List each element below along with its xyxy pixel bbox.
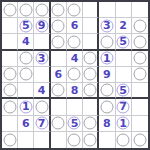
cell-r9c7[interactable] [99, 132, 115, 148]
odd-cell-marker-icon [35, 100, 48, 113]
odd-cell-marker-icon [35, 3, 48, 16]
cell-r8c6[interactable] [83, 116, 99, 132]
cell-r6c7[interactable] [99, 83, 115, 99]
cell-r7c7[interactable] [99, 99, 115, 115]
odd-cell-marker-icon [133, 52, 146, 65]
odd-cell-marker-icon [52, 19, 65, 32]
cell-r3c9[interactable] [132, 34, 148, 50]
odd-cell-marker-icon [100, 84, 113, 97]
cell-r5c3[interactable] [34, 67, 50, 83]
cell-r8c4[interactable] [51, 116, 67, 132]
cell-r9c1[interactable] [2, 132, 18, 148]
odd-cell-marker-icon [3, 84, 16, 97]
odd-cell-marker-icon [84, 52, 97, 65]
cell-r5c7[interactable]: 9 [99, 67, 115, 83]
cell-r4c5[interactable]: 4 [67, 51, 83, 67]
odd-cell-marker-icon [68, 68, 81, 81]
given-digit: 5 [71, 118, 79, 129]
cell-r9c5[interactable] [67, 132, 83, 148]
odd-cell-marker-icon [52, 117, 65, 130]
cell-r6c9[interactable] [132, 83, 148, 99]
cell-r4c7[interactable]: 1 [99, 51, 115, 67]
cell-r9c6[interactable] [83, 132, 99, 148]
given-digit: 6 [71, 20, 79, 31]
cell-r7c2[interactable]: 1 [18, 99, 34, 115]
cell-r4c2[interactable] [18, 51, 34, 67]
cell-r3c8[interactable]: 5 [116, 34, 132, 50]
given-digit: 9 [103, 69, 111, 80]
cell-r9c4[interactable] [51, 132, 67, 148]
cell-r4c1[interactable] [2, 51, 18, 67]
given-digit: 5 [22, 20, 30, 31]
cell-r4c4[interactable] [51, 51, 67, 67]
cell-r7c4[interactable] [51, 99, 67, 115]
cell-r1c5[interactable] [67, 2, 83, 18]
cell-r1c3[interactable] [34, 2, 50, 18]
cell-r6c2[interactable] [18, 83, 34, 99]
cell-r3c7[interactable] [99, 34, 115, 50]
cell-r9c9[interactable] [132, 132, 148, 148]
cell-r3c4[interactable] [51, 34, 67, 50]
given-digit: 1 [103, 53, 111, 64]
cell-r8c2[interactable]: 6 [18, 116, 34, 132]
cell-r2c5[interactable]: 6 [67, 18, 83, 34]
cell-r1c8[interactable] [116, 2, 132, 18]
cell-r8c9[interactable] [132, 116, 148, 132]
cell-r3c3[interactable] [34, 34, 50, 50]
cell-r4c9[interactable] [132, 51, 148, 67]
given-digit: 2 [119, 20, 127, 31]
odd-cell-marker-icon [19, 52, 32, 65]
cell-r2c7[interactable]: 3 [99, 18, 115, 34]
odd-cell-marker-icon [52, 84, 65, 97]
given-digit: 5 [119, 36, 127, 47]
odd-cell-marker-icon [100, 100, 113, 113]
given-digit: 7 [119, 101, 127, 112]
cell-r8c1[interactable] [2, 116, 18, 132]
cell-r5c5[interactable] [67, 67, 83, 83]
given-digit: 4 [22, 36, 30, 47]
given-digit: 4 [71, 53, 79, 64]
given-digit: 3 [38, 53, 46, 64]
given-digit: 5 [119, 85, 127, 96]
cell-r5c8[interactable] [116, 67, 132, 83]
cell-r6c4[interactable] [51, 83, 67, 99]
given-digit: 6 [54, 69, 62, 80]
odd-cell-marker-icon [117, 133, 130, 146]
cell-r1c1[interactable] [2, 2, 18, 18]
cell-r2c8[interactable]: 2 [116, 18, 132, 34]
cell-r5c1[interactable] [2, 67, 18, 83]
cell-r2c6[interactable] [83, 18, 99, 34]
cell-r9c2[interactable] [18, 132, 34, 148]
cell-r4c6[interactable] [83, 51, 99, 67]
cell-r7c9[interactable] [132, 99, 148, 115]
cell-r8c7[interactable]: 8 [99, 116, 115, 132]
cell-r4c8[interactable] [116, 51, 132, 67]
cell-r1c7[interactable] [99, 2, 115, 18]
odd-cell-marker-icon [3, 100, 16, 113]
cell-r6c8[interactable]: 5 [116, 83, 132, 99]
cell-r2c9[interactable] [132, 18, 148, 34]
cell-r8c3[interactable]: 7 [34, 116, 50, 132]
given-digit: 6 [22, 118, 30, 129]
cell-r5c6[interactable] [83, 67, 99, 83]
odd-cell-marker-icon [19, 68, 32, 81]
cell-r2c3[interactable]: 9 [34, 18, 50, 34]
odd-cell-marker-icon [68, 35, 81, 48]
odd-cell-marker-icon [68, 3, 81, 16]
cell-r3c1[interactable] [2, 34, 18, 50]
odd-cell-marker-icon [3, 133, 16, 146]
cell-r2c4[interactable] [51, 18, 67, 34]
given-digit: 3 [103, 20, 111, 31]
cell-r1c6[interactable] [83, 2, 99, 18]
cell-r9c8[interactable] [116, 132, 132, 148]
given-digit: 9 [38, 20, 46, 31]
cell-r8c5[interactable]: 5 [67, 116, 83, 132]
given-digit: 4 [38, 85, 46, 96]
given-digit: 7 [38, 118, 46, 129]
odd-cell-marker-icon [3, 3, 16, 16]
odd-cell-marker-icon [68, 133, 81, 146]
odd-cell-marker-icon [133, 68, 146, 81]
cell-r6c1[interactable] [2, 83, 18, 99]
cell-r5c4[interactable]: 6 [51, 67, 67, 83]
odd-cell-marker-icon [133, 133, 146, 146]
odd-cell-marker-icon [19, 3, 32, 16]
cell-r7c1[interactable] [2, 99, 18, 115]
cell-r7c8[interactable]: 7 [116, 99, 132, 115]
odd-cell-marker-icon [52, 3, 65, 16]
cell-r6c3[interactable]: 4 [34, 83, 50, 99]
cell-r1c9[interactable] [132, 2, 148, 18]
cell-r7c3[interactable] [34, 99, 50, 115]
odd-cell-marker-icon [133, 19, 146, 32]
odd-cell-marker-icon [84, 68, 97, 81]
cell-r4c3[interactable]: 3 [34, 51, 50, 67]
sudoku-board: 5963245341694851767581 [0, 0, 150, 150]
cell-r9c3[interactable] [34, 132, 50, 148]
given-digit: 8 [103, 118, 111, 129]
cell-r1c4[interactable] [51, 2, 67, 18]
cell-r1c2[interactable] [18, 2, 34, 18]
odd-cell-marker-icon [52, 35, 65, 48]
given-digit: 1 [22, 101, 30, 112]
cell-r2c1[interactable] [2, 18, 18, 34]
cell-r2c2[interactable]: 5 [18, 18, 34, 34]
cell-r7c6[interactable] [83, 99, 99, 115]
odd-cell-marker-icon [84, 84, 97, 97]
odd-cell-marker-icon [3, 68, 16, 81]
given-digit: 8 [71, 85, 79, 96]
cell-r5c2[interactable] [18, 67, 34, 83]
odd-cell-marker-icon [84, 133, 97, 146]
cell-r7c5[interactable] [67, 99, 83, 115]
odd-cell-marker-icon [133, 35, 146, 48]
cell-r3c6[interactable] [83, 34, 99, 50]
given-digit: 1 [119, 118, 127, 129]
cell-r3c2[interactable]: 4 [18, 34, 34, 50]
cell-r6c6[interactable] [83, 83, 99, 99]
odd-cell-marker-icon [84, 117, 97, 130]
cell-r5c9[interactable] [132, 67, 148, 83]
cell-r3c5[interactable] [67, 34, 83, 50]
odd-cell-marker-icon [100, 35, 113, 48]
cell-r6c5[interactable]: 8 [67, 83, 83, 99]
cell-r8c8[interactable]: 1 [116, 116, 132, 132]
